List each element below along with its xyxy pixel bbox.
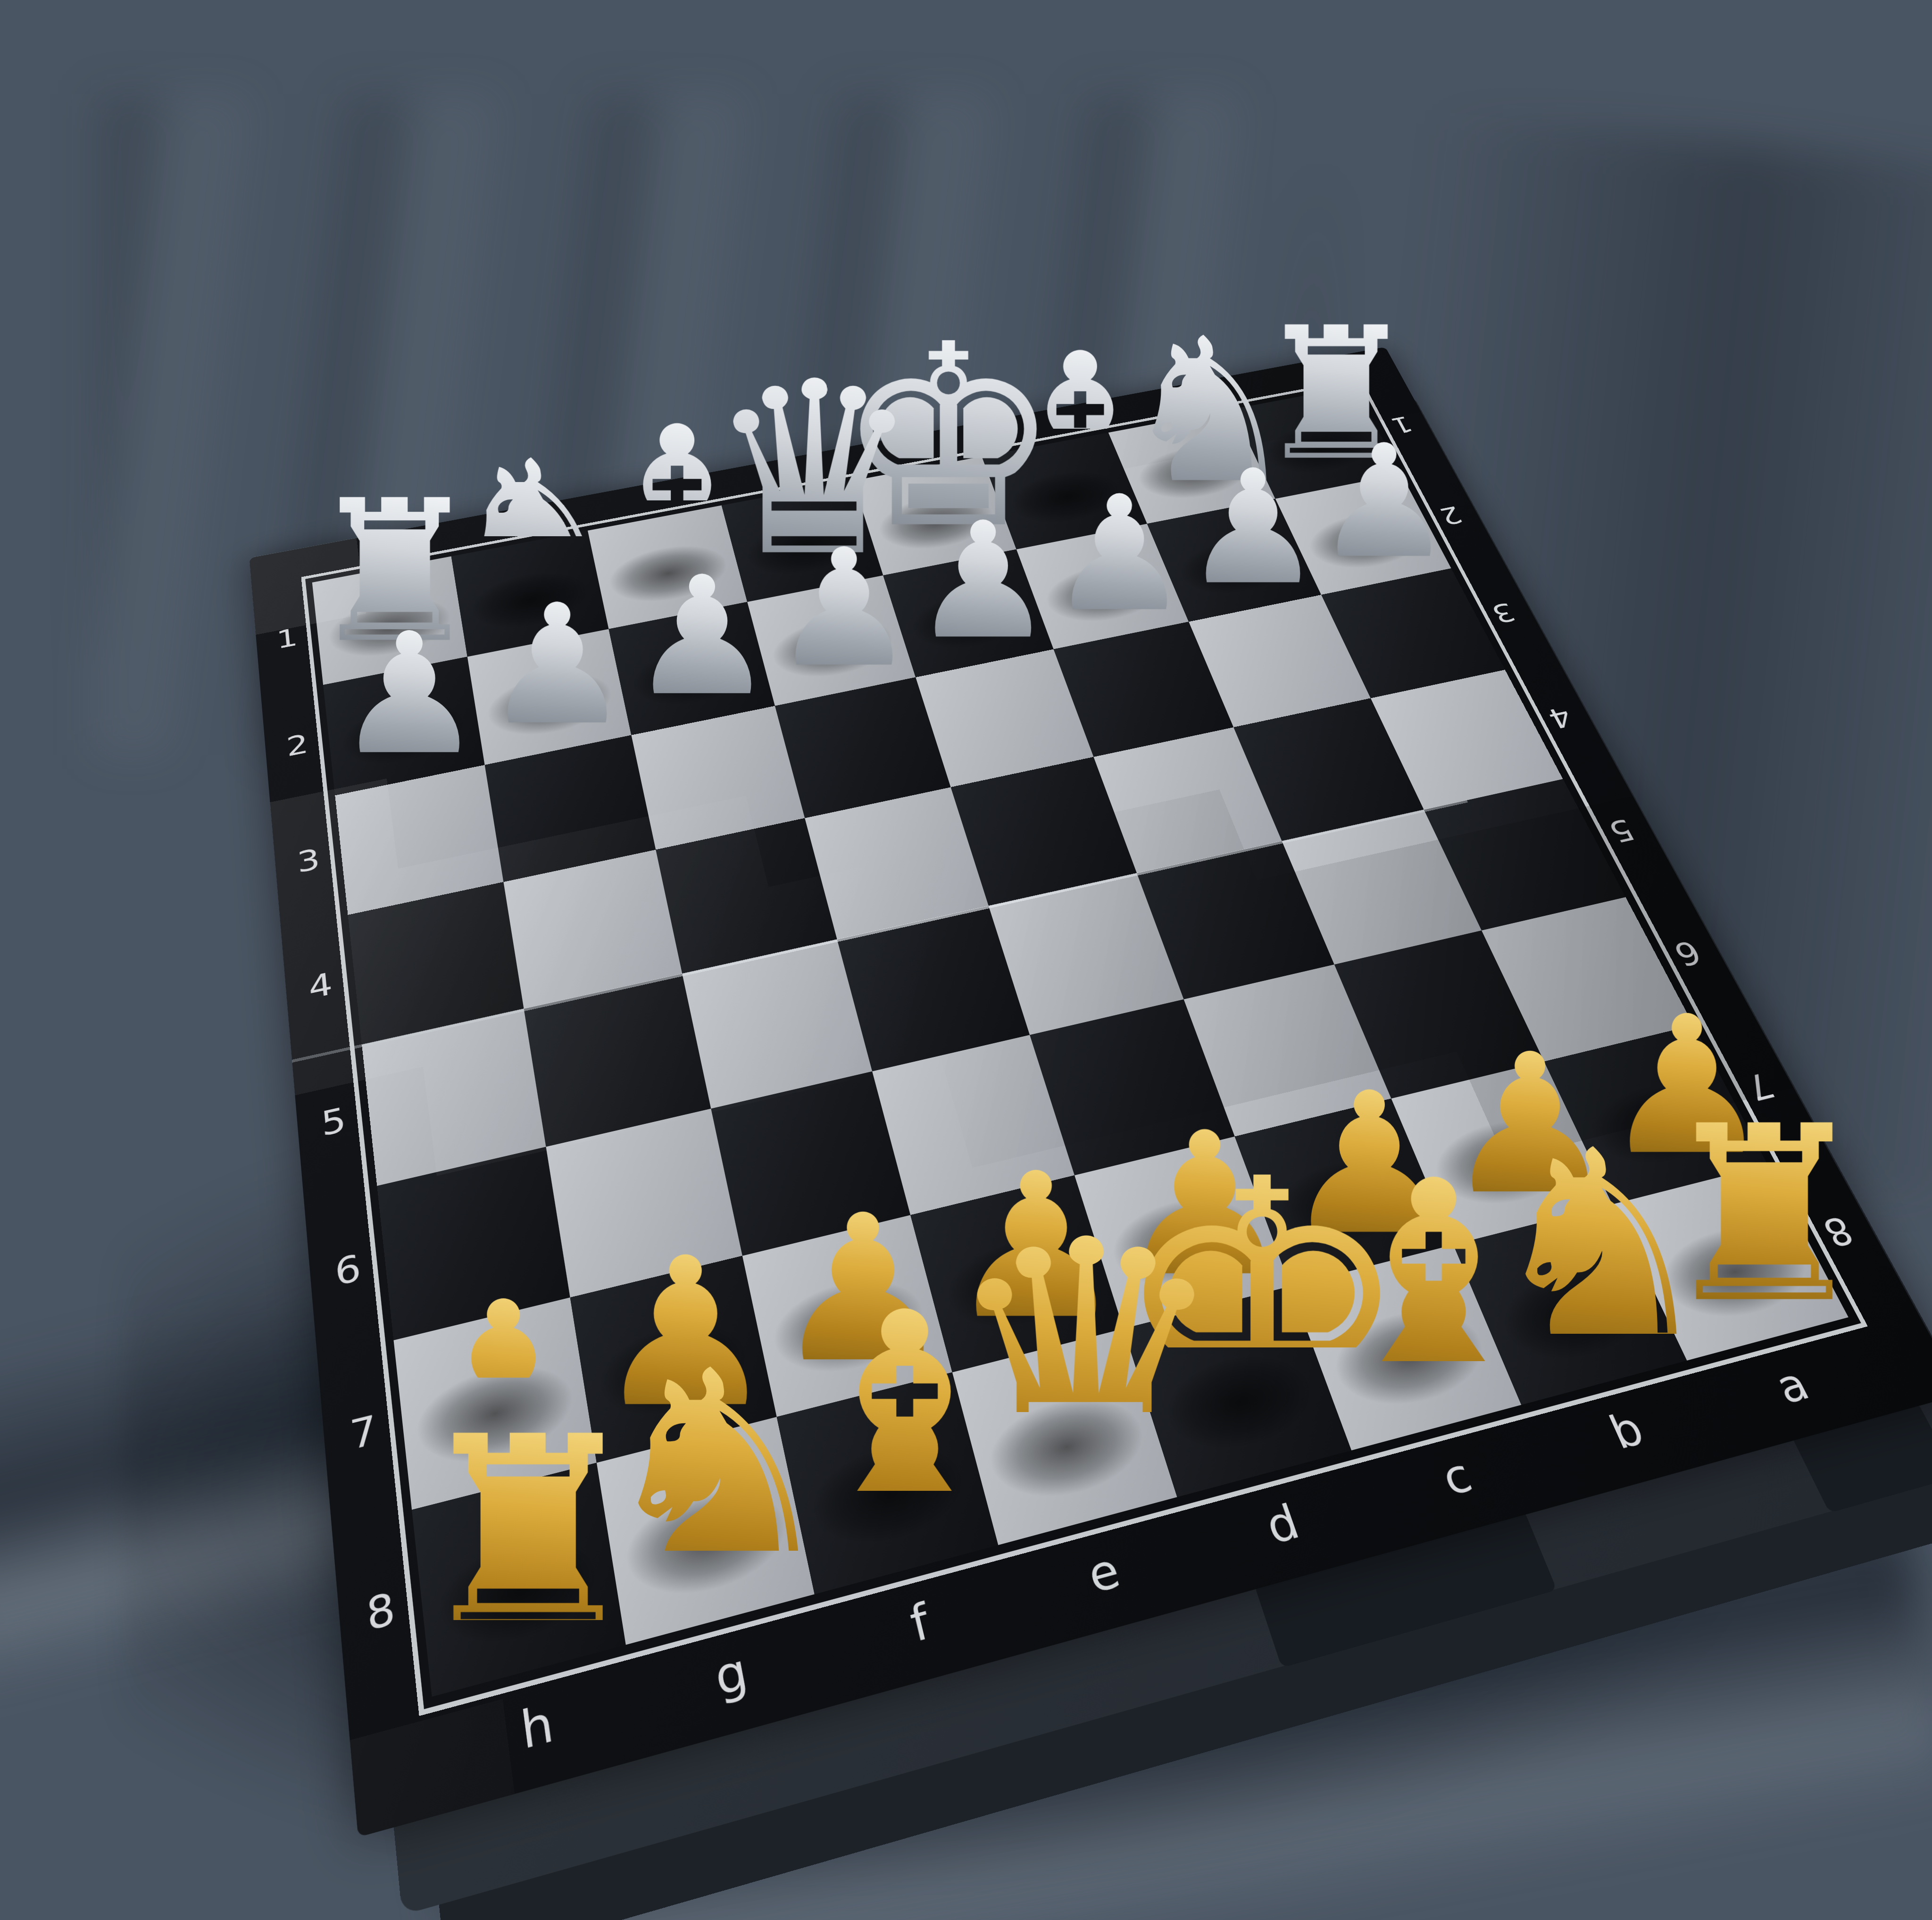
stage: ♜♞♝♛♚♝♞♜♟♟♟♟♟♟♟♟♟♟♟♟♟♟♟♟♜♞♝♛♚♝♞♜ 1234567… bbox=[0, 0, 1932, 1920]
piece-silver-pawn-g2[interactable]: ♟ bbox=[483, 587, 631, 744]
piece-silver-pawn-b2[interactable]: ♟ bbox=[1183, 453, 1324, 603]
scene: { "game": "chess", "scene": { "descripti… bbox=[0, 0, 1932, 1920]
piece-silver-pawn-e2[interactable]: ♟ bbox=[771, 532, 916, 685]
piece-silver-pawn-h2[interactable]: ♟ bbox=[334, 615, 484, 774]
chess-board: ♜♞♝♛♚♝♞♜♟♟♟♟♟♟♟♟♟♟♟♟♟♟♟♟♜♞♝♛♚♝♞♜ 1234567… bbox=[249, 347, 1932, 1837]
piece-silver-pawn-a2[interactable]: ♟ bbox=[1314, 428, 1454, 576]
piece-silver-pawn-c2[interactable]: ♟ bbox=[1048, 479, 1191, 630]
piece-silver-pawn-f2[interactable]: ♟ bbox=[629, 559, 775, 715]
piece-gold-rook-h8[interactable]: ♜ bbox=[409, 1409, 647, 1661]
piece-silver-pawn-d2[interactable]: ♟ bbox=[911, 505, 1055, 657]
